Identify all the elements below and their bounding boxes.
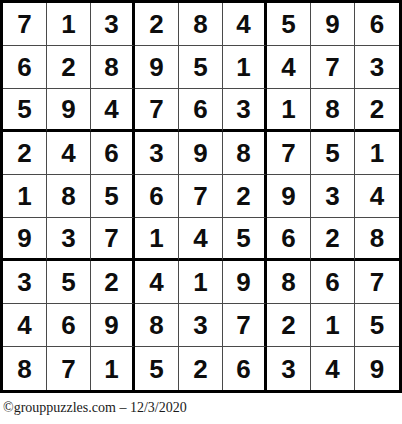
cell-r6c1: 9: [3, 218, 47, 261]
cell-r5c8: 3: [311, 175, 355, 218]
cell-r7c9: 7: [355, 261, 399, 304]
cell-r5c4: 6: [135, 175, 179, 218]
cell-r6c8: 2: [311, 218, 355, 261]
cell-r8c1: 4: [3, 304, 47, 347]
cell-r6c6: 5: [223, 218, 267, 261]
cell-r5c7: 9: [267, 175, 311, 218]
cell-r5c1: 1: [3, 175, 47, 218]
cell-r8c9: 5: [355, 304, 399, 347]
cell-r8c3: 9: [91, 304, 135, 347]
cell-r7c2: 5: [47, 261, 91, 304]
cell-r5c9: 4: [355, 175, 399, 218]
cell-r8c7: 2: [267, 304, 311, 347]
cell-r4c3: 6: [91, 132, 135, 175]
cell-r2c7: 4: [267, 46, 311, 89]
cell-r2c5: 5: [179, 46, 223, 89]
cell-r8c6: 7: [223, 304, 267, 347]
cell-r5c5: 7: [179, 175, 223, 218]
cell-r1c8: 9: [311, 3, 355, 46]
cell-r3c3: 4: [91, 89, 135, 132]
cell-r4c8: 5: [311, 132, 355, 175]
cell-r8c2: 6: [47, 304, 91, 347]
cell-r1c1: 7: [3, 3, 47, 46]
cell-r7c5: 1: [179, 261, 223, 304]
cell-r4c2: 4: [47, 132, 91, 175]
cell-r7c3: 2: [91, 261, 135, 304]
cell-r1c7: 5: [267, 3, 311, 46]
cell-r7c8: 6: [311, 261, 355, 304]
sudoku-board: 7132845966289514735947631822463987511856…: [0, 0, 402, 393]
cell-r1c5: 8: [179, 3, 223, 46]
cell-r6c4: 1: [135, 218, 179, 261]
cell-r8c8: 1: [311, 304, 355, 347]
cell-r9c6: 6: [223, 347, 267, 390]
cell-r3c7: 1: [267, 89, 311, 132]
cell-r9c8: 4: [311, 347, 355, 390]
cell-r9c7: 3: [267, 347, 311, 390]
cell-r2c1: 6: [3, 46, 47, 89]
cell-r3c6: 3: [223, 89, 267, 132]
cell-r1c3: 3: [91, 3, 135, 46]
cell-r4c9: 1: [355, 132, 399, 175]
cell-r9c1: 8: [3, 347, 47, 390]
cell-r2c4: 9: [135, 46, 179, 89]
cell-r4c6: 8: [223, 132, 267, 175]
cell-r4c7: 7: [267, 132, 311, 175]
cell-r6c7: 6: [267, 218, 311, 261]
cell-r9c2: 7: [47, 347, 91, 390]
cell-r6c5: 4: [179, 218, 223, 261]
cell-r3c4: 7: [135, 89, 179, 132]
cell-r8c5: 3: [179, 304, 223, 347]
cell-r4c4: 3: [135, 132, 179, 175]
cell-r8c4: 8: [135, 304, 179, 347]
cell-r3c1: 5: [3, 89, 47, 132]
cell-r2c2: 2: [47, 46, 91, 89]
cell-r3c8: 8: [311, 89, 355, 132]
cell-r7c6: 9: [223, 261, 267, 304]
cell-r2c6: 1: [223, 46, 267, 89]
cell-r3c2: 9: [47, 89, 91, 132]
cell-r4c1: 2: [3, 132, 47, 175]
cell-r5c2: 8: [47, 175, 91, 218]
cell-r1c6: 4: [223, 3, 267, 46]
cell-r7c4: 4: [135, 261, 179, 304]
cell-r4c5: 9: [179, 132, 223, 175]
cell-r2c3: 8: [91, 46, 135, 89]
cell-r9c4: 5: [135, 347, 179, 390]
cell-r9c5: 2: [179, 347, 223, 390]
cell-r7c7: 8: [267, 261, 311, 304]
cell-r1c4: 2: [135, 3, 179, 46]
cell-r2c8: 7: [311, 46, 355, 89]
cell-r9c3: 1: [91, 347, 135, 390]
cell-r1c9: 6: [355, 3, 399, 46]
sudoku-page: 7132845966289514735947631822463987511856…: [0, 0, 402, 424]
cell-r6c9: 8: [355, 218, 399, 261]
cell-r6c3: 7: [91, 218, 135, 261]
cell-r9c9: 9: [355, 347, 399, 390]
cell-r5c3: 5: [91, 175, 135, 218]
cell-r3c9: 2: [355, 89, 399, 132]
cell-r2c9: 3: [355, 46, 399, 89]
cell-r1c2: 1: [47, 3, 91, 46]
copyright-credit: ©grouppuzzles.com – 12/3/2020: [3, 400, 187, 416]
cell-r3c5: 6: [179, 89, 223, 132]
cell-r7c1: 3: [3, 261, 47, 304]
cell-r6c2: 3: [47, 218, 91, 261]
cell-r5c6: 2: [223, 175, 267, 218]
